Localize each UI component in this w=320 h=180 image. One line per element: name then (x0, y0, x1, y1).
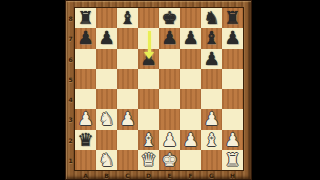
square-g2[interactable]: ♝ (201, 130, 222, 150)
file-label-g: G (201, 172, 222, 179)
file-label-f: F (180, 172, 201, 179)
square-e7[interactable]: ♟ (159, 28, 180, 48)
piece-black-knight[interactable]: ♞ (203, 8, 219, 28)
square-h3[interactable] (222, 109, 243, 129)
rank-label-8: 8 (66, 15, 75, 22)
piece-black-rook[interactable]: ♜ (77, 8, 93, 28)
square-a1[interactable] (75, 150, 96, 170)
square-h1[interactable]: ♜ (222, 150, 243, 170)
piece-black-bishop[interactable]: ♝ (203, 28, 219, 48)
piece-black-queen[interactable]: ♛ (77, 130, 93, 150)
chess-board: ♜♝♚♞♜♟♟♟♟♝♟♟♟♟♞♟♟♛♝♟♟♝♟♞♛♚♜ (75, 8, 243, 170)
square-h4[interactable] (222, 89, 243, 109)
square-b6[interactable] (96, 49, 117, 69)
square-h8[interactable]: ♜ (222, 8, 243, 28)
square-a5[interactable] (75, 69, 96, 89)
square-g3[interactable]: ♟ (201, 109, 222, 129)
square-f8[interactable] (180, 8, 201, 28)
square-h5[interactable] (222, 69, 243, 89)
square-c1[interactable] (117, 150, 138, 170)
square-g1[interactable] (201, 150, 222, 170)
square-b3[interactable]: ♞ (96, 109, 117, 129)
square-b5[interactable] (96, 69, 117, 89)
file-label-a: A (75, 172, 96, 179)
square-g4[interactable] (201, 89, 222, 109)
square-a4[interactable] (75, 89, 96, 109)
square-g8[interactable]: ♞ (201, 8, 222, 28)
last-move-arrow (148, 31, 151, 52)
square-h2[interactable]: ♟ (222, 130, 243, 150)
square-d8[interactable] (138, 8, 159, 28)
piece-black-rook[interactable]: ♜ (224, 8, 240, 28)
square-h7[interactable]: ♟ (222, 28, 243, 48)
square-f4[interactable] (180, 89, 201, 109)
square-e6[interactable] (159, 49, 180, 69)
last-move-arrow-head (144, 52, 154, 59)
square-f7[interactable]: ♟ (180, 28, 201, 48)
square-f6[interactable] (180, 49, 201, 69)
square-f3[interactable] (180, 109, 201, 129)
square-d1[interactable]: ♛ (138, 150, 159, 170)
file-label-e: E (159, 172, 180, 179)
board-frame: ♜♝♚♞♜♟♟♟♟♝♟♟♟♟♞♟♟♛♝♟♟♝♟♞♛♚♜ 87654321ABCD… (65, 0, 252, 180)
square-c3[interactable]: ♟ (117, 109, 138, 129)
rank-label-2: 2 (66, 137, 75, 144)
square-c8[interactable]: ♝ (117, 8, 138, 28)
file-label-c: C (117, 172, 138, 179)
rank-label-4: 4 (66, 96, 75, 103)
piece-white-pawn[interactable]: ♟ (77, 109, 93, 129)
square-g5[interactable] (201, 69, 222, 89)
square-d5[interactable] (138, 69, 159, 89)
piece-white-king[interactable]: ♚ (161, 150, 177, 170)
square-a7[interactable]: ♟ (75, 28, 96, 48)
piece-white-queen[interactable]: ♛ (140, 150, 156, 170)
piece-black-bishop[interactable]: ♝ (119, 8, 135, 28)
piece-white-pawn[interactable]: ♟ (161, 130, 177, 150)
square-g7[interactable]: ♝ (201, 28, 222, 48)
rank-label-1: 1 (66, 157, 75, 164)
square-c5[interactable] (117, 69, 138, 89)
piece-white-pawn[interactable]: ♟ (224, 130, 240, 150)
square-e4[interactable] (159, 89, 180, 109)
square-e8[interactable]: ♚ (159, 8, 180, 28)
square-a8[interactable]: ♜ (75, 8, 96, 28)
piece-white-pawn[interactable]: ♟ (182, 130, 198, 150)
piece-black-pawn[interactable]: ♟ (224, 28, 240, 48)
piece-black-king[interactable]: ♚ (161, 8, 177, 28)
square-h6[interactable] (222, 49, 243, 69)
app-background: ♜♝♚♞♜♟♟♟♟♝♟♟♟♟♞♟♟♛♝♟♟♝♟♞♛♚♜ 87654321ABCD… (0, 0, 320, 180)
square-b8[interactable] (96, 8, 117, 28)
square-f1[interactable] (180, 150, 201, 170)
piece-white-bishop[interactable]: ♝ (203, 130, 219, 150)
square-e1[interactable]: ♚ (159, 150, 180, 170)
square-a6[interactable] (75, 49, 96, 69)
rank-label-7: 7 (66, 35, 75, 42)
piece-black-pawn[interactable]: ♟ (203, 49, 219, 69)
square-e2[interactable]: ♟ (159, 130, 180, 150)
file-label-b: B (96, 172, 117, 179)
piece-white-rook[interactable]: ♜ (224, 150, 240, 170)
square-a3[interactable]: ♟ (75, 109, 96, 129)
square-b7[interactable]: ♟ (96, 28, 117, 48)
square-b1[interactable]: ♞ (96, 150, 117, 170)
square-e5[interactable] (159, 69, 180, 89)
file-label-d: D (138, 172, 159, 179)
file-label-h: H (222, 172, 243, 179)
square-g6[interactable]: ♟ (201, 49, 222, 69)
square-d4[interactable] (138, 89, 159, 109)
square-e3[interactable] (159, 109, 180, 129)
rank-label-6: 6 (66, 56, 75, 63)
square-a2[interactable]: ♛ (75, 130, 96, 150)
piece-black-pawn[interactable]: ♟ (182, 28, 198, 48)
rank-label-3: 3 (66, 116, 75, 123)
piece-white-knight[interactable]: ♞ (98, 109, 114, 129)
piece-white-pawn[interactable]: ♟ (119, 109, 135, 129)
square-d3[interactable] (138, 109, 159, 129)
square-c4[interactable] (117, 89, 138, 109)
square-b4[interactable] (96, 89, 117, 109)
square-f5[interactable] (180, 69, 201, 89)
piece-black-pawn[interactable]: ♟ (98, 28, 114, 48)
square-d2[interactable]: ♝ (138, 130, 159, 150)
square-b2[interactable] (96, 130, 117, 150)
rank-label-5: 5 (66, 76, 75, 83)
piece-black-pawn[interactable]: ♟ (77, 28, 93, 48)
square-c6[interactable] (117, 49, 138, 69)
piece-black-pawn[interactable]: ♟ (161, 28, 177, 48)
piece-white-knight[interactable]: ♞ (98, 150, 114, 170)
square-c7[interactable] (117, 28, 138, 48)
square-c2[interactable] (117, 130, 138, 150)
square-f2[interactable]: ♟ (180, 130, 201, 150)
piece-white-bishop[interactable]: ♝ (140, 130, 156, 150)
piece-white-pawn[interactable]: ♟ (203, 109, 219, 129)
